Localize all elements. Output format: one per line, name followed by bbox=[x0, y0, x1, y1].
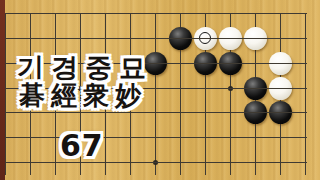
board-intersection[interactable] bbox=[218, 150, 243, 175]
board-intersection[interactable] bbox=[268, 51, 293, 76]
board-intersection[interactable] bbox=[43, 26, 68, 51]
board-intersection[interactable] bbox=[143, 1, 168, 26]
go-diagram: 기경중묘 碁經衆妙 67 bbox=[0, 0, 320, 180]
board-intersection[interactable] bbox=[193, 76, 218, 101]
board-intersection[interactable] bbox=[243, 150, 268, 175]
board-intersection[interactable] bbox=[218, 1, 243, 26]
board-intersection[interactable] bbox=[218, 76, 243, 101]
black-stone bbox=[244, 77, 267, 100]
board-intersection[interactable] bbox=[293, 100, 318, 125]
circle-marker bbox=[199, 32, 211, 44]
board-intersection[interactable] bbox=[293, 76, 318, 101]
board-intersection[interactable] bbox=[68, 26, 93, 51]
board-intersection[interactable] bbox=[93, 1, 118, 26]
problem-number: 67 bbox=[60, 128, 104, 163]
board-intersection[interactable] bbox=[18, 150, 43, 175]
board-intersection[interactable] bbox=[293, 150, 318, 175]
board-intersection[interactable] bbox=[143, 150, 168, 175]
black-stone bbox=[194, 52, 217, 75]
board-intersection[interactable] bbox=[168, 1, 193, 26]
board-intersection[interactable] bbox=[193, 51, 218, 76]
board-intersection[interactable] bbox=[218, 51, 243, 76]
board-intersection[interactable] bbox=[243, 125, 268, 150]
white-stone bbox=[269, 77, 292, 100]
board-intersection[interactable] bbox=[293, 125, 318, 150]
board-intersection[interactable] bbox=[293, 26, 318, 51]
board-intersection[interactable] bbox=[293, 1, 318, 26]
board-intersection[interactable] bbox=[18, 125, 43, 150]
board-intersection[interactable] bbox=[18, 26, 43, 51]
board-intersection[interactable] bbox=[268, 150, 293, 175]
board-intersection[interactable] bbox=[143, 125, 168, 150]
board-intersection[interactable] bbox=[68, 1, 93, 26]
board-intersection[interactable] bbox=[243, 1, 268, 26]
board-intersection[interactable] bbox=[118, 150, 143, 175]
white-stone bbox=[269, 52, 292, 75]
board-intersection[interactable] bbox=[218, 100, 243, 125]
board-intersection[interactable] bbox=[168, 51, 193, 76]
board-left-border bbox=[0, 0, 5, 180]
board-intersection[interactable] bbox=[268, 100, 293, 125]
board-intersection[interactable] bbox=[93, 26, 118, 51]
white-stone bbox=[244, 27, 267, 50]
board-intersection[interactable] bbox=[243, 76, 268, 101]
white-stone bbox=[219, 27, 242, 50]
board-intersection[interactable] bbox=[118, 1, 143, 26]
black-stone bbox=[269, 101, 292, 124]
board-intersection[interactable] bbox=[143, 26, 168, 51]
board-intersection[interactable] bbox=[43, 1, 68, 26]
board-intersection[interactable] bbox=[18, 1, 43, 26]
board-intersection[interactable] bbox=[268, 76, 293, 101]
board-intersection[interactable] bbox=[168, 150, 193, 175]
star-point bbox=[228, 86, 233, 91]
board-intersection[interactable] bbox=[243, 26, 268, 51]
board-intersection[interactable] bbox=[268, 125, 293, 150]
board-intersection[interactable] bbox=[118, 26, 143, 51]
board-intersection[interactable] bbox=[218, 26, 243, 51]
black-stone bbox=[219, 52, 242, 75]
white-stone bbox=[194, 27, 217, 50]
board-intersection[interactable] bbox=[218, 125, 243, 150]
black-stone bbox=[169, 27, 192, 50]
board-intersection[interactable] bbox=[168, 100, 193, 125]
board-intersection[interactable] bbox=[193, 150, 218, 175]
board-intersection[interactable] bbox=[168, 26, 193, 51]
board-intersection[interactable] bbox=[293, 51, 318, 76]
star-point bbox=[153, 160, 158, 165]
board-intersection[interactable] bbox=[168, 76, 193, 101]
board-intersection[interactable] bbox=[193, 100, 218, 125]
board-intersection[interactable] bbox=[118, 125, 143, 150]
board-intersection[interactable] bbox=[168, 125, 193, 150]
board-intersection[interactable] bbox=[193, 125, 218, 150]
board-intersection[interactable] bbox=[243, 100, 268, 125]
board-intersection[interactable] bbox=[193, 1, 218, 26]
board-intersection[interactable] bbox=[268, 26, 293, 51]
black-stone bbox=[244, 101, 267, 124]
board-intersection[interactable] bbox=[268, 1, 293, 26]
title-hanja: 碁經衆妙 bbox=[19, 78, 147, 113]
board-intersection[interactable] bbox=[193, 26, 218, 51]
board-intersection[interactable] bbox=[243, 51, 268, 76]
